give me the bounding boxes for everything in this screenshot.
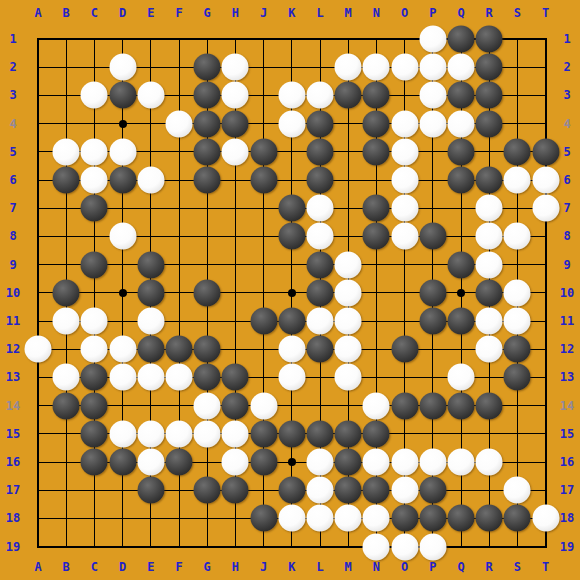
white-stone-C5[interactable] bbox=[81, 138, 108, 165]
black-stone-H4[interactable] bbox=[222, 110, 249, 137]
row-label-left: 13 bbox=[6, 370, 20, 384]
white-stone-S8[interactable] bbox=[504, 223, 531, 250]
black-stone-S13[interactable] bbox=[504, 364, 531, 391]
white-stone-J14[interactable] bbox=[250, 392, 277, 419]
row-label-left: 12 bbox=[6, 342, 20, 356]
black-stone-C13[interactable] bbox=[81, 364, 108, 391]
row-label-right: 14 bbox=[560, 399, 574, 413]
white-stone-D13[interactable] bbox=[109, 364, 136, 391]
black-stone-C9[interactable] bbox=[81, 251, 108, 278]
black-stone-F12[interactable] bbox=[166, 336, 193, 363]
row-label-left: 1 bbox=[9, 32, 16, 46]
white-stone-L16[interactable] bbox=[307, 449, 334, 476]
black-stone-C7[interactable] bbox=[81, 195, 108, 222]
white-stone-R16[interactable] bbox=[476, 449, 503, 476]
black-stone-N4[interactable] bbox=[363, 110, 390, 137]
black-stone-D6[interactable] bbox=[109, 167, 136, 194]
col-label-top: N bbox=[373, 6, 380, 20]
row-label-right: 16 bbox=[560, 455, 574, 469]
star-point bbox=[288, 458, 296, 466]
white-stone-G14[interactable] bbox=[194, 392, 221, 419]
row-label-right: 12 bbox=[560, 342, 574, 356]
black-stone-E17[interactable] bbox=[137, 477, 164, 504]
white-stone-S17[interactable] bbox=[504, 477, 531, 504]
black-stone-P10[interactable] bbox=[419, 279, 446, 306]
row-label-right: 5 bbox=[563, 145, 570, 159]
white-stone-M11[interactable] bbox=[335, 308, 362, 335]
black-stone-D3[interactable] bbox=[109, 82, 136, 109]
white-stone-M12[interactable] bbox=[335, 336, 362, 363]
white-stone-N19[interactable] bbox=[363, 533, 390, 560]
col-label-bottom: R bbox=[486, 560, 493, 574]
col-label-bottom: N bbox=[373, 560, 380, 574]
black-stone-Q11[interactable] bbox=[448, 308, 475, 335]
col-label-top: T bbox=[542, 6, 549, 20]
col-label-top: H bbox=[232, 6, 239, 20]
black-stone-P8[interactable] bbox=[419, 223, 446, 250]
black-stone-R10[interactable] bbox=[476, 279, 503, 306]
white-stone-O6[interactable] bbox=[391, 167, 418, 194]
white-stone-M2[interactable] bbox=[335, 54, 362, 81]
row-label-left: 15 bbox=[6, 427, 20, 441]
black-stone-M3[interactable] bbox=[335, 82, 362, 109]
white-stone-Q4[interactable] bbox=[448, 110, 475, 137]
col-label-top: G bbox=[204, 6, 211, 20]
black-stone-E12[interactable] bbox=[137, 336, 164, 363]
white-stone-L7[interactable] bbox=[307, 195, 334, 222]
white-stone-M10[interactable] bbox=[335, 279, 362, 306]
black-stone-J11[interactable] bbox=[250, 308, 277, 335]
white-stone-H16[interactable] bbox=[222, 449, 249, 476]
black-stone-G10[interactable] bbox=[194, 279, 221, 306]
black-stone-K11[interactable] bbox=[278, 308, 305, 335]
row-label-right: 8 bbox=[563, 229, 570, 243]
black-stone-R4[interactable] bbox=[476, 110, 503, 137]
black-stone-F16[interactable] bbox=[166, 449, 193, 476]
black-stone-G17[interactable] bbox=[194, 477, 221, 504]
black-stone-L12[interactable] bbox=[307, 336, 334, 363]
black-stone-N17[interactable] bbox=[363, 477, 390, 504]
grid-vline bbox=[37, 38, 39, 548]
row-label-left: 16 bbox=[6, 455, 20, 469]
white-stone-D8[interactable] bbox=[109, 223, 136, 250]
black-stone-K7[interactable] bbox=[278, 195, 305, 222]
white-stone-N18[interactable] bbox=[363, 505, 390, 532]
col-label-bottom: J bbox=[260, 560, 267, 574]
col-label-bottom: G bbox=[204, 560, 211, 574]
black-stone-J15[interactable] bbox=[250, 420, 277, 447]
row-label-left: 11 bbox=[6, 314, 20, 328]
white-stone-O5[interactable] bbox=[391, 138, 418, 165]
white-stone-Q13[interactable] bbox=[448, 364, 475, 391]
row-label-left: 8 bbox=[9, 229, 16, 243]
white-stone-K18[interactable] bbox=[278, 505, 305, 532]
black-stone-G3[interactable] bbox=[194, 82, 221, 109]
black-stone-G6[interactable] bbox=[194, 167, 221, 194]
white-stone-D15[interactable] bbox=[109, 420, 136, 447]
black-stone-Q3[interactable] bbox=[448, 82, 475, 109]
row-label-right: 11 bbox=[560, 314, 574, 328]
row-label-right: 18 bbox=[560, 511, 574, 525]
white-stone-O16[interactable] bbox=[391, 449, 418, 476]
black-stone-E10[interactable] bbox=[137, 279, 164, 306]
col-label-bottom: B bbox=[63, 560, 70, 574]
col-label-top: K bbox=[288, 6, 295, 20]
white-stone-E11[interactable] bbox=[137, 308, 164, 335]
black-stone-G12[interactable] bbox=[194, 336, 221, 363]
black-stone-D16[interactable] bbox=[109, 449, 136, 476]
star-point bbox=[288, 289, 296, 297]
white-stone-L8[interactable] bbox=[307, 223, 334, 250]
col-label-top: C bbox=[91, 6, 98, 20]
row-label-left: 7 bbox=[9, 201, 16, 215]
white-stone-O2[interactable] bbox=[391, 54, 418, 81]
row-label-left: 5 bbox=[9, 145, 16, 159]
black-stone-M16[interactable] bbox=[335, 449, 362, 476]
black-stone-Q1[interactable] bbox=[448, 26, 475, 53]
white-stone-C6[interactable] bbox=[81, 167, 108, 194]
black-stone-L9[interactable] bbox=[307, 251, 334, 278]
black-stone-E9[interactable] bbox=[137, 251, 164, 278]
black-stone-P17[interactable] bbox=[419, 477, 446, 504]
grid-vline bbox=[545, 38, 547, 548]
col-label-top: D bbox=[119, 6, 126, 20]
row-label-right: 19 bbox=[560, 540, 574, 554]
star-point bbox=[119, 289, 127, 297]
black-stone-R18[interactable] bbox=[476, 505, 503, 532]
black-stone-H14[interactable] bbox=[222, 392, 249, 419]
black-stone-O12[interactable] bbox=[391, 336, 418, 363]
white-stone-F15[interactable] bbox=[166, 420, 193, 447]
white-stone-E16[interactable] bbox=[137, 449, 164, 476]
white-stone-H5[interactable] bbox=[222, 138, 249, 165]
black-stone-C16[interactable] bbox=[81, 449, 108, 476]
black-stone-P11[interactable] bbox=[419, 308, 446, 335]
white-stone-P16[interactable] bbox=[419, 449, 446, 476]
white-stone-L11[interactable] bbox=[307, 308, 334, 335]
white-stone-N14[interactable] bbox=[363, 392, 390, 419]
white-stone-O8[interactable] bbox=[391, 223, 418, 250]
white-stone-D5[interactable] bbox=[109, 138, 136, 165]
row-label-right: 17 bbox=[560, 483, 574, 497]
row-label-left: 18 bbox=[6, 511, 20, 525]
black-stone-P14[interactable] bbox=[419, 392, 446, 419]
row-label-right: 9 bbox=[563, 258, 570, 272]
col-label-top: S bbox=[514, 6, 521, 20]
row-label-right: 10 bbox=[560, 286, 574, 300]
white-stone-H2[interactable] bbox=[222, 54, 249, 81]
black-stone-J5[interactable] bbox=[250, 138, 277, 165]
black-stone-N5[interactable] bbox=[363, 138, 390, 165]
white-stone-O4[interactable] bbox=[391, 110, 418, 137]
black-stone-C14[interactable] bbox=[81, 392, 108, 419]
white-stone-C11[interactable] bbox=[81, 308, 108, 335]
black-stone-J16[interactable] bbox=[250, 449, 277, 476]
white-stone-B11[interactable] bbox=[53, 308, 80, 335]
row-label-right: 3 bbox=[563, 88, 570, 102]
row-label-left: 6 bbox=[9, 173, 16, 187]
col-label-top: J bbox=[260, 6, 267, 20]
white-stone-L17[interactable] bbox=[307, 477, 334, 504]
row-label-right: 7 bbox=[563, 201, 570, 215]
black-stone-K15[interactable] bbox=[278, 420, 305, 447]
black-stone-H13[interactable] bbox=[222, 364, 249, 391]
white-stone-O19[interactable] bbox=[391, 533, 418, 560]
black-stone-B14[interactable] bbox=[53, 392, 80, 419]
row-label-left: 2 bbox=[9, 60, 16, 74]
black-stone-R14[interactable] bbox=[476, 392, 503, 419]
white-stone-P2[interactable] bbox=[419, 54, 446, 81]
white-stone-K4[interactable] bbox=[278, 110, 305, 137]
black-stone-G4[interactable] bbox=[194, 110, 221, 137]
col-label-top: A bbox=[34, 6, 41, 20]
black-stone-M15[interactable] bbox=[335, 420, 362, 447]
white-stone-F4[interactable] bbox=[166, 110, 193, 137]
white-stone-A12[interactable] bbox=[25, 336, 52, 363]
white-stone-M13[interactable] bbox=[335, 364, 362, 391]
col-label-bottom: M bbox=[345, 560, 352, 574]
white-stone-E13[interactable] bbox=[137, 364, 164, 391]
row-label-right: 1 bbox=[563, 32, 570, 46]
white-stone-P3[interactable] bbox=[419, 82, 446, 109]
black-stone-B6[interactable] bbox=[53, 167, 80, 194]
black-stone-R1[interactable] bbox=[476, 26, 503, 53]
white-stone-O7[interactable] bbox=[391, 195, 418, 222]
black-stone-O14[interactable] bbox=[391, 392, 418, 419]
white-stone-H3[interactable] bbox=[222, 82, 249, 109]
black-stone-Q18[interactable] bbox=[448, 505, 475, 532]
white-stone-P4[interactable] bbox=[419, 110, 446, 137]
black-stone-M17[interactable] bbox=[335, 477, 362, 504]
black-stone-S18[interactable] bbox=[504, 505, 531, 532]
col-label-bottom: C bbox=[91, 560, 98, 574]
col-label-bottom: L bbox=[316, 560, 323, 574]
white-stone-E15[interactable] bbox=[137, 420, 164, 447]
black-stone-L4[interactable] bbox=[307, 110, 334, 137]
white-stone-B13[interactable] bbox=[53, 364, 80, 391]
white-stone-T7[interactable] bbox=[532, 195, 559, 222]
white-stone-N2[interactable] bbox=[363, 54, 390, 81]
col-label-bottom: K bbox=[288, 560, 295, 574]
white-stone-R7[interactable] bbox=[476, 195, 503, 222]
row-label-left: 10 bbox=[6, 286, 20, 300]
black-stone-O18[interactable] bbox=[391, 505, 418, 532]
black-stone-R6[interactable] bbox=[476, 167, 503, 194]
col-label-bottom: O bbox=[401, 560, 408, 574]
white-stone-R9[interactable] bbox=[476, 251, 503, 278]
white-stone-P1[interactable] bbox=[419, 26, 446, 53]
row-label-right: 4 bbox=[563, 117, 570, 131]
col-label-top: L bbox=[316, 6, 323, 20]
white-stone-M18[interactable] bbox=[335, 505, 362, 532]
row-label-right: 2 bbox=[563, 60, 570, 74]
col-label-top: R bbox=[486, 6, 493, 20]
black-stone-Q6[interactable] bbox=[448, 167, 475, 194]
col-label-bottom: Q bbox=[457, 560, 464, 574]
black-stone-S5[interactable] bbox=[504, 138, 531, 165]
black-stone-Q5[interactable] bbox=[448, 138, 475, 165]
white-stone-B5[interactable] bbox=[53, 138, 80, 165]
white-stone-P19[interactable] bbox=[419, 533, 446, 560]
col-label-top: F bbox=[175, 6, 182, 20]
black-stone-N7[interactable] bbox=[363, 195, 390, 222]
black-stone-Q9[interactable] bbox=[448, 251, 475, 278]
black-stone-J6[interactable] bbox=[250, 167, 277, 194]
white-stone-O17[interactable] bbox=[391, 477, 418, 504]
black-stone-G13[interactable] bbox=[194, 364, 221, 391]
row-label-left: 4 bbox=[9, 117, 16, 131]
col-label-bottom: A bbox=[34, 560, 41, 574]
black-stone-Q14[interactable] bbox=[448, 392, 475, 419]
col-label-bottom: T bbox=[542, 560, 549, 574]
white-stone-D12[interactable] bbox=[109, 336, 136, 363]
col-label-bottom: E bbox=[147, 560, 154, 574]
black-stone-L10[interactable] bbox=[307, 279, 334, 306]
row-label-left: 3 bbox=[9, 88, 16, 102]
row-label-right: 13 bbox=[560, 370, 574, 384]
col-label-bottom: H bbox=[232, 560, 239, 574]
col-label-top: O bbox=[401, 6, 408, 20]
white-stone-Q16[interactable] bbox=[448, 449, 475, 476]
white-stone-Q2[interactable] bbox=[448, 54, 475, 81]
black-stone-K17[interactable] bbox=[278, 477, 305, 504]
white-stone-G15[interactable] bbox=[194, 420, 221, 447]
white-stone-R11[interactable] bbox=[476, 308, 503, 335]
white-stone-C12[interactable] bbox=[81, 336, 108, 363]
col-label-top: Q bbox=[457, 6, 464, 20]
black-stone-C15[interactable] bbox=[81, 420, 108, 447]
star-point bbox=[119, 120, 127, 128]
white-stone-K3[interactable] bbox=[278, 82, 305, 109]
col-label-top: B bbox=[63, 6, 70, 20]
black-stone-R3[interactable] bbox=[476, 82, 503, 109]
white-stone-R12[interactable] bbox=[476, 336, 503, 363]
black-stone-N15[interactable] bbox=[363, 420, 390, 447]
row-label-right: 15 bbox=[560, 427, 574, 441]
black-stone-P18[interactable] bbox=[419, 505, 446, 532]
col-label-bottom: S bbox=[514, 560, 521, 574]
col-label-bottom: P bbox=[429, 560, 436, 574]
black-stone-N3[interactable] bbox=[363, 82, 390, 109]
white-stone-R8[interactable] bbox=[476, 223, 503, 250]
white-stone-N16[interactable] bbox=[363, 449, 390, 476]
white-stone-S6[interactable] bbox=[504, 167, 531, 194]
black-stone-L15[interactable] bbox=[307, 420, 334, 447]
col-label-bottom: D bbox=[119, 560, 126, 574]
white-stone-D2[interactable] bbox=[109, 54, 136, 81]
white-stone-S11[interactable] bbox=[504, 308, 531, 335]
star-point bbox=[457, 289, 465, 297]
white-stone-K13[interactable] bbox=[278, 364, 305, 391]
black-stone-L5[interactable] bbox=[307, 138, 334, 165]
white-stone-E6[interactable] bbox=[137, 167, 164, 194]
black-stone-G5[interactable] bbox=[194, 138, 221, 165]
white-stone-E3[interactable] bbox=[137, 82, 164, 109]
row-label-left: 17 bbox=[6, 483, 20, 497]
go-board[interactable]: AABBCCDDEEFFGGHHJJKKLLMMNNOOPPQQRRSSTT11… bbox=[0, 0, 580, 580]
black-stone-K8[interactable] bbox=[278, 223, 305, 250]
black-stone-J18[interactable] bbox=[250, 505, 277, 532]
row-label-right: 6 bbox=[563, 173, 570, 187]
black-stone-B10[interactable] bbox=[53, 279, 80, 306]
black-stone-G2[interactable] bbox=[194, 54, 221, 81]
black-stone-T5[interactable] bbox=[532, 138, 559, 165]
row-label-left: 9 bbox=[9, 258, 16, 272]
white-stone-S10[interactable] bbox=[504, 279, 531, 306]
white-stone-F13[interactable] bbox=[166, 364, 193, 391]
col-label-top: E bbox=[147, 6, 154, 20]
white-stone-T6[interactable] bbox=[532, 167, 559, 194]
black-stone-S12[interactable] bbox=[504, 336, 531, 363]
white-stone-M9[interactable] bbox=[335, 251, 362, 278]
row-label-left: 14 bbox=[6, 399, 20, 413]
white-stone-H15[interactable] bbox=[222, 420, 249, 447]
col-label-top: P bbox=[429, 6, 436, 20]
white-stone-L3[interactable] bbox=[307, 82, 334, 109]
black-stone-L6[interactable] bbox=[307, 167, 334, 194]
row-label-left: 19 bbox=[6, 540, 20, 554]
white-stone-K12[interactable] bbox=[278, 336, 305, 363]
black-stone-N8[interactable] bbox=[363, 223, 390, 250]
col-label-top: M bbox=[345, 6, 352, 20]
col-label-bottom: F bbox=[175, 560, 182, 574]
black-stone-R2[interactable] bbox=[476, 54, 503, 81]
black-stone-H17[interactable] bbox=[222, 477, 249, 504]
white-stone-T18[interactable] bbox=[532, 505, 559, 532]
white-stone-L18[interactable] bbox=[307, 505, 334, 532]
white-stone-C3[interactable] bbox=[81, 82, 108, 109]
